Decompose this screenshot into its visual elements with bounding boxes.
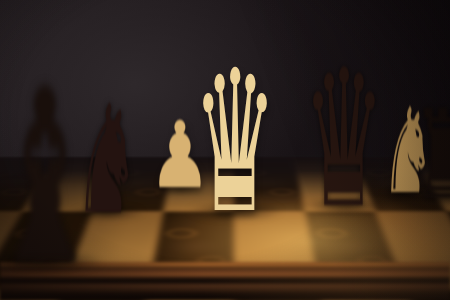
board-front-edge (0, 262, 450, 300)
chess-photo-stage: ♝♞♟♛♛♞♜ (0, 0, 450, 300)
board-scene (0, 0, 450, 300)
